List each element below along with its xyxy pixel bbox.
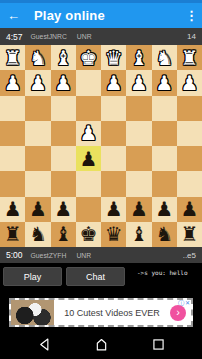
square[interactable] [177, 146, 202, 171]
square[interactable] [126, 146, 151, 171]
player-clock: 5:00 [6, 250, 23, 260]
square[interactable] [177, 121, 202, 146]
black-rook: ♜ [4, 224, 22, 244]
overflow-menu-icon[interactable]: ⋮ [185, 8, 195, 23]
opponent-info-bar: 4:57 GuestJNRC UNR 14 [0, 28, 202, 45]
square[interactable] [25, 96, 50, 121]
ad-thumbnail-image [11, 300, 54, 325]
ad-close-icon[interactable]: ✕ [185, 300, 190, 307]
square[interactable]: ♝ [126, 222, 151, 247]
square[interactable] [25, 171, 50, 196]
square[interactable]: ♝ [126, 45, 151, 70]
square[interactable]: ♞ [25, 45, 50, 70]
square[interactable]: ♟ [101, 197, 126, 222]
square[interactable]: ♜ [0, 222, 25, 247]
black-pawn: ♟ [180, 199, 198, 219]
square[interactable]: ♟ [76, 121, 101, 146]
white-queen: ♛ [105, 48, 123, 68]
square[interactable] [126, 96, 151, 121]
square[interactable] [0, 146, 25, 171]
ad-banner[interactable]: 10 Cutest Videos EVER › ⓘ ✕ [9, 298, 193, 327]
square[interactable] [0, 171, 25, 196]
black-pawn: ♟ [155, 199, 173, 219]
square[interactable] [101, 171, 126, 196]
square[interactable] [126, 171, 151, 196]
square[interactable] [25, 121, 50, 146]
white-pawn: ♟ [180, 73, 198, 93]
square[interactable] [177, 171, 202, 196]
square[interactable] [76, 171, 101, 196]
chat-button[interactable]: Chat [66, 267, 125, 286]
square[interactable] [51, 96, 76, 121]
square[interactable]: ♟ [0, 197, 25, 222]
square[interactable]: ♞ [152, 222, 177, 247]
back-button[interactable]: ← [7, 8, 25, 23]
black-rook: ♜ [180, 224, 198, 244]
square[interactable]: ♟ [177, 197, 202, 222]
white-knight: ♞ [29, 48, 47, 68]
player-name: GuestZYFH [31, 252, 67, 259]
player-rating: UNR [76, 252, 91, 259]
square[interactable] [51, 171, 76, 196]
square[interactable] [177, 96, 202, 121]
black-king: ♚ [79, 224, 97, 244]
white-pawn: ♟ [79, 123, 97, 143]
square[interactable]: ♞ [25, 222, 50, 247]
white-pawn: ♟ [130, 73, 148, 93]
square[interactable] [76, 70, 101, 95]
opponent-name: GuestJNRC [31, 33, 67, 40]
black-bishop: ♝ [130, 224, 148, 244]
square[interactable]: ♟ [126, 197, 151, 222]
control-row: Play Chat ->s you: hello [0, 263, 202, 291]
player-info-bar: 5:00 GuestZYFH UNR ..e5 [0, 247, 202, 263]
black-knight: ♞ [29, 224, 47, 244]
square[interactable]: ♟ [177, 70, 202, 95]
square[interactable] [152, 96, 177, 121]
white-pawn: ♟ [155, 73, 173, 93]
screen: ← Play online ⋮ 4:57 GuestJNRC UNR 14 ♜♞… [0, 0, 202, 359]
square[interactable] [152, 146, 177, 171]
square[interactable] [101, 96, 126, 121]
square[interactable]: ♞ [152, 45, 177, 70]
square[interactable] [0, 96, 25, 121]
nav-back-icon[interactable] [36, 337, 52, 353]
black-bishop: ♝ [54, 224, 72, 244]
white-king: ♚ [79, 48, 97, 68]
white-bishop: ♝ [54, 48, 72, 68]
black-pawn: ♟ [105, 199, 123, 219]
opponent-rating: UNR [77, 33, 92, 40]
play-button[interactable]: Play [3, 267, 62, 286]
square[interactable]: ♟ [51, 70, 76, 95]
square[interactable]: ♟ [25, 197, 50, 222]
square[interactable]: ♜ [177, 222, 202, 247]
nav-home-icon[interactable] [93, 337, 109, 353]
square[interactable]: ♝ [51, 45, 76, 70]
white-rook: ♜ [4, 48, 22, 68]
white-pawn: ♟ [4, 73, 22, 93]
move-count: 14 [187, 32, 196, 41]
square[interactable] [126, 121, 151, 146]
square[interactable]: ♛ [101, 45, 126, 70]
ad-choices: ⓘ ✕ [178, 300, 190, 307]
nav-recents-icon[interactable] [150, 337, 166, 353]
ad-headline: 10 Cutest Videos EVER [54, 308, 170, 318]
square[interactable] [0, 121, 25, 146]
ad-zone: 10 Cutest Videos EVER › ⓘ ✕ [0, 291, 202, 330]
square[interactable]: ♜ [177, 45, 202, 70]
square[interactable]: ♟ [0, 70, 25, 95]
black-pawn: ♟ [29, 199, 47, 219]
black-pawn: ♟ [4, 199, 22, 219]
black-pawn: ♟ [54, 199, 72, 219]
square[interactable]: ♜ [0, 45, 25, 70]
square[interactable]: ♟ [25, 70, 50, 95]
square[interactable]: ♛ [101, 222, 126, 247]
white-bishop: ♝ [130, 48, 148, 68]
black-queen: ♛ [105, 224, 123, 244]
white-pawn: ♟ [54, 73, 72, 93]
square[interactable]: ♟ [152, 197, 177, 222]
white-knight: ♞ [155, 48, 173, 68]
square[interactable]: ♝ [51, 222, 76, 247]
page-title: Play online [34, 8, 185, 23]
square[interactable]: ♟ [152, 70, 177, 95]
square[interactable] [51, 146, 76, 171]
black-knight: ♞ [155, 224, 173, 244]
square[interactable] [76, 96, 101, 121]
black-pawn: ♟ [79, 149, 97, 169]
black-pawn: ♟ [130, 199, 148, 219]
opponent-clock: 4:57 [6, 32, 23, 42]
square[interactable] [76, 197, 101, 222]
white-pawn: ♟ [29, 73, 47, 93]
square[interactable] [25, 146, 50, 171]
square[interactable] [101, 146, 126, 171]
square[interactable] [101, 121, 126, 146]
last-move-label: ..e5 [183, 251, 196, 260]
square[interactable]: ♟ [51, 197, 76, 222]
android-nav-bar [0, 330, 202, 359]
square[interactable] [51, 121, 76, 146]
square[interactable] [152, 121, 177, 146]
square[interactable]: ♟ [101, 70, 126, 95]
chat-last-message: ->s you: hello [137, 269, 188, 276]
square[interactable] [152, 171, 177, 196]
white-pawn: ♟ [105, 73, 123, 93]
square[interactable]: ♟ [126, 70, 151, 95]
square[interactable]: ♟ [76, 146, 101, 171]
chess-board[interactable]: ♜♞♝♚♛♝♞♜♟♟♟♟♟♟♟♟♟♟♟♟♟♟♟♟♜♞♝♚♛♝♞♜ [0, 45, 202, 247]
square[interactable]: ♚ [76, 45, 101, 70]
app-bar: ← Play online ⋮ [0, 3, 202, 28]
white-rook: ♜ [180, 48, 198, 68]
ad-info-icon[interactable]: ⓘ [178, 300, 184, 307]
square[interactable]: ♚ [76, 222, 101, 247]
